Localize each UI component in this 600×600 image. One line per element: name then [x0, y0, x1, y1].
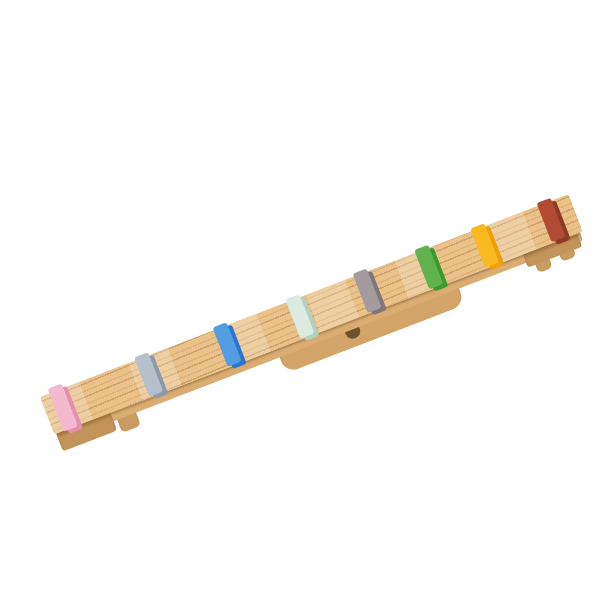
plank-front-edge	[57, 233, 583, 442]
product-photo	[0, 0, 600, 600]
plank-top-surface	[40, 194, 583, 434]
balance-beam	[40, 194, 583, 434]
